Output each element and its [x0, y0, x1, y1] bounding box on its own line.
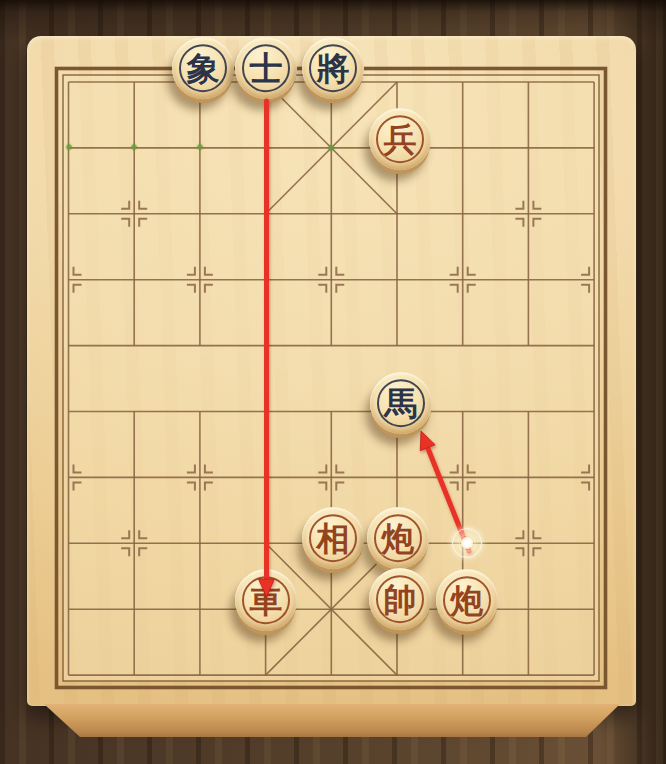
green-dot — [197, 145, 202, 150]
red-elephant-character: 相 — [302, 507, 364, 569]
green-dot — [132, 145, 137, 150]
red-general-character: 帥 — [369, 568, 431, 630]
game-window: 象士將兵馬相炮車帥炮 — [0, 0, 666, 764]
black-advisor-character: 士 — [235, 37, 297, 99]
black-general-character: 將 — [302, 37, 364, 99]
piece-red-cannon-left[interactable]: 炮 — [367, 507, 429, 569]
black-elephant-character: 象 — [172, 37, 234, 99]
piece-red-elephant[interactable]: 相 — [302, 507, 364, 569]
piece-red-general[interactable]: 帥 — [369, 568, 431, 630]
sparkle-core — [460, 536, 474, 550]
red-soldier-character: 兵 — [369, 108, 431, 170]
piece-black-general[interactable]: 將 — [302, 37, 364, 99]
black-horse-character: 馬 — [370, 372, 432, 434]
red-cannon-left-character: 炮 — [367, 507, 429, 569]
red-chariot-character: 車 — [235, 569, 297, 631]
piece-red-cannon-right[interactable]: 炮 — [436, 569, 498, 631]
sparkle-effect — [452, 528, 482, 558]
xiangqi-board[interactable] — [0, 0, 666, 764]
green-dot — [66, 145, 71, 150]
piece-red-chariot[interactable]: 車 — [235, 569, 297, 631]
piece-black-elephant[interactable]: 象 — [172, 37, 234, 99]
piece-black-advisor[interactable]: 士 — [235, 37, 297, 99]
green-dot — [329, 145, 334, 150]
red-cannon-right-character: 炮 — [436, 569, 498, 631]
piece-black-horse[interactable]: 馬 — [370, 372, 432, 434]
piece-red-soldier[interactable]: 兵 — [369, 108, 431, 170]
